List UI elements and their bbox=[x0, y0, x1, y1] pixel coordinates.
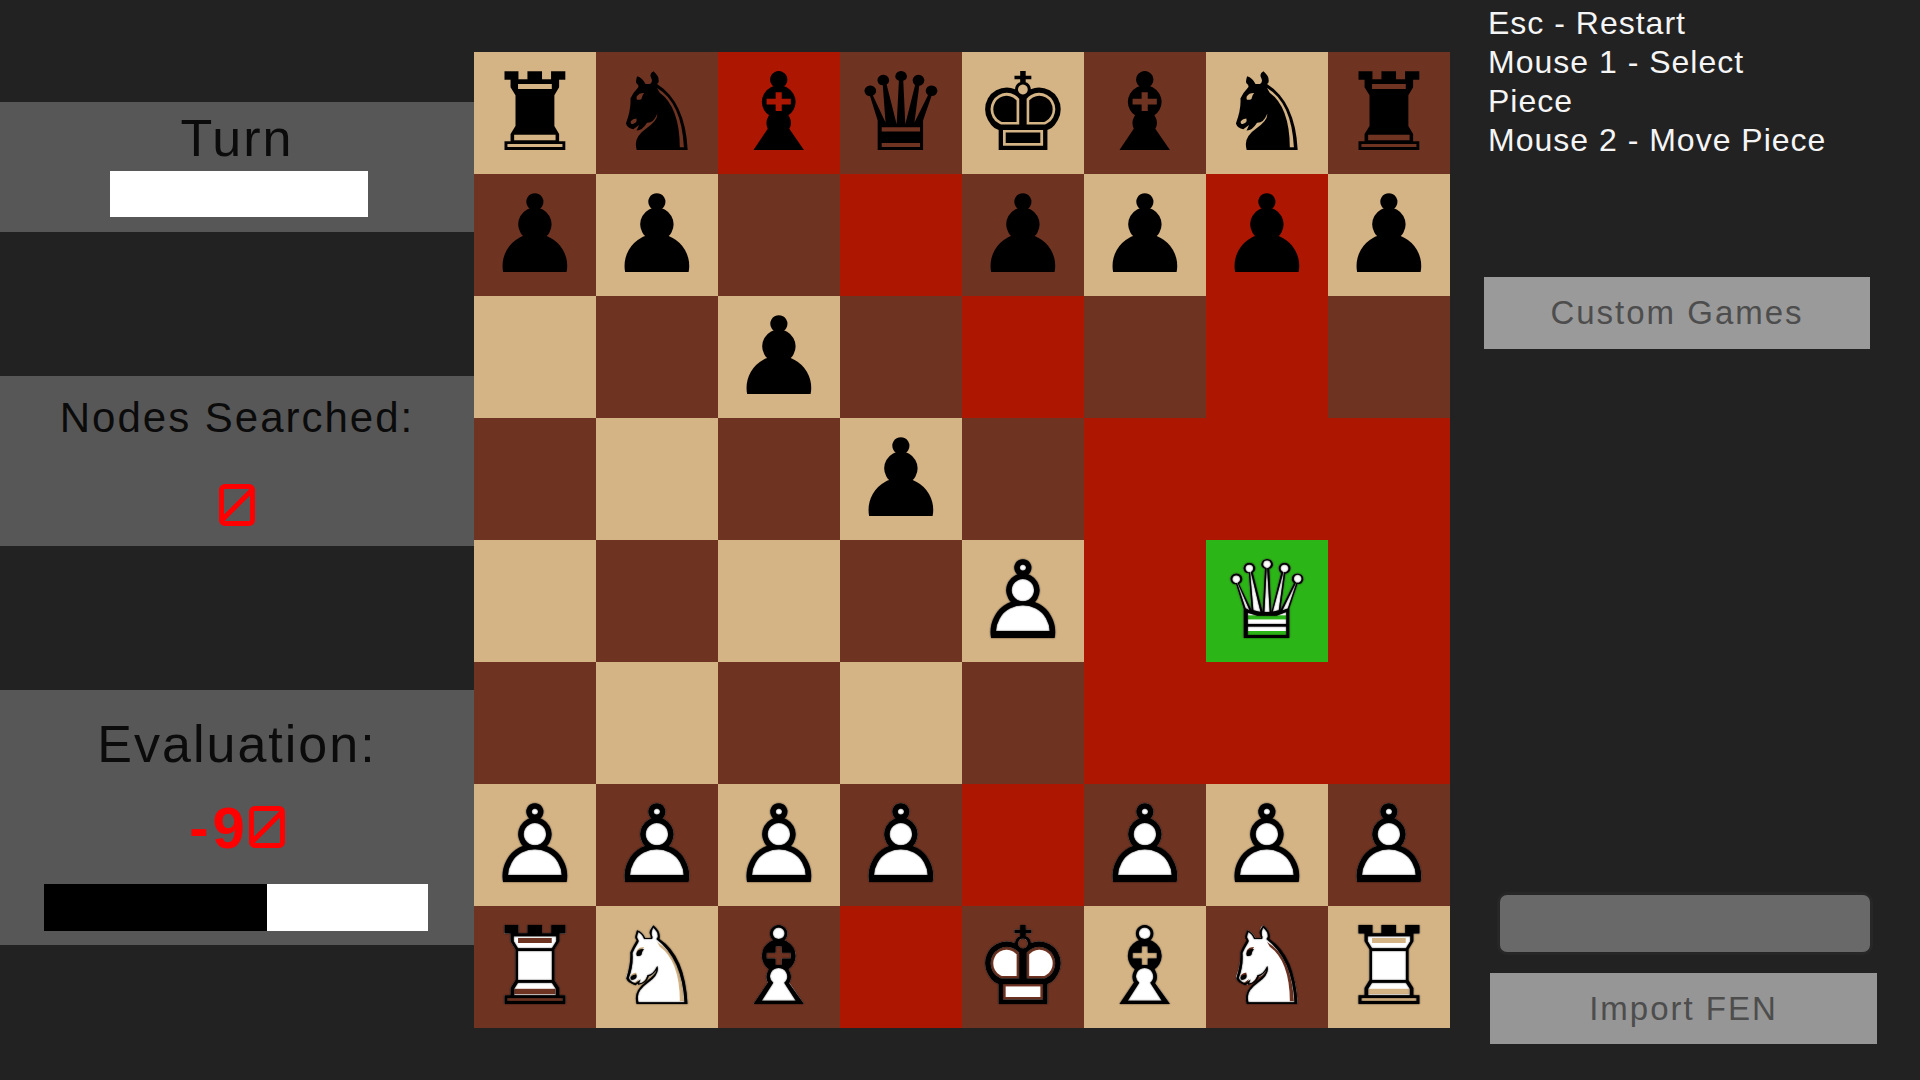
white-pawn-piece: ♟♙ bbox=[975, 547, 1072, 655]
square-c5[interactable] bbox=[718, 418, 840, 540]
black-pawn-piece: ♟ bbox=[1341, 181, 1438, 289]
square-d5[interactable]: ♟ bbox=[840, 418, 962, 540]
square-b6[interactable] bbox=[596, 296, 718, 418]
square-e4[interactable]: ♟♙ bbox=[962, 540, 1084, 662]
square-a6[interactable] bbox=[474, 296, 596, 418]
instructions-text: Esc - Restart Mouse 1 - Select Piece Mou… bbox=[1488, 4, 1913, 160]
square-g8[interactable]: ♞ bbox=[1206, 52, 1328, 174]
square-f8[interactable]: ♝ bbox=[1084, 52, 1206, 174]
black-pawn-piece: ♟ bbox=[609, 181, 706, 289]
square-e3[interactable] bbox=[962, 662, 1084, 784]
nodes-searched-value bbox=[0, 472, 474, 539]
square-d8[interactable]: ♛ bbox=[840, 52, 962, 174]
evaluation-value: -9 bbox=[0, 794, 474, 861]
instruction-line-restart: Esc - Restart bbox=[1488, 4, 1913, 43]
square-f4[interactable] bbox=[1084, 540, 1206, 662]
square-b4[interactable] bbox=[596, 540, 718, 662]
square-d2[interactable]: ♟♙ bbox=[840, 784, 962, 906]
square-c2[interactable]: ♟♙ bbox=[718, 784, 840, 906]
square-h1[interactable]: ♜♖ bbox=[1328, 906, 1450, 1028]
square-g1[interactable]: ♞♘ bbox=[1206, 906, 1328, 1028]
square-c1[interactable]: ♝♗ bbox=[718, 906, 840, 1028]
white-bishop-piece: ♝♗ bbox=[1097, 913, 1194, 1021]
square-c7[interactable] bbox=[718, 174, 840, 296]
square-b5[interactable] bbox=[596, 418, 718, 540]
black-pawn-piece: ♟ bbox=[975, 181, 1072, 289]
square-a2[interactable]: ♟♙ bbox=[474, 784, 596, 906]
slashed-zero-glyph bbox=[219, 484, 255, 526]
turn-panel: Turn bbox=[0, 102, 474, 232]
black-pawn-piece: ♟ bbox=[1219, 181, 1316, 289]
square-e8[interactable]: ♚ bbox=[962, 52, 1084, 174]
evaluation-bar-black-portion bbox=[44, 884, 267, 931]
square-a1[interactable]: ♜♖ bbox=[474, 906, 596, 1028]
nodes-searched-panel: Nodes Searched: bbox=[0, 376, 474, 546]
instruction-line-select-cont: Piece bbox=[1488, 82, 1913, 121]
custom-games-button[interactable]: Custom Games bbox=[1484, 277, 1870, 349]
import-fen-button[interactable]: Import FEN bbox=[1490, 973, 1877, 1044]
square-c6[interactable]: ♟ bbox=[718, 296, 840, 418]
turn-indicator bbox=[110, 171, 368, 217]
square-b8[interactable]: ♞ bbox=[596, 52, 718, 174]
square-e6[interactable] bbox=[962, 296, 1084, 418]
square-b3[interactable] bbox=[596, 662, 718, 784]
square-h3[interactable] bbox=[1328, 662, 1450, 784]
square-d7[interactable] bbox=[840, 174, 962, 296]
square-f2[interactable]: ♟♙ bbox=[1084, 784, 1206, 906]
chess-board: ♜♞♝♛♚♝♞♜♟♟♟♟♟♟♟♟♟♙♛♕♟♙♟♙♟♙♟♙♟♙♟♙♟♙♜♖♞♘♝♗… bbox=[474, 52, 1450, 1028]
square-e1[interactable]: ♚♔ bbox=[962, 906, 1084, 1028]
white-king-piece: ♚♔ bbox=[975, 913, 1072, 1021]
white-pawn-piece: ♟♙ bbox=[1097, 791, 1194, 899]
square-h7[interactable]: ♟ bbox=[1328, 174, 1450, 296]
black-king-piece: ♚ bbox=[975, 59, 1072, 167]
square-h6[interactable] bbox=[1328, 296, 1450, 418]
square-e5[interactable] bbox=[962, 418, 1084, 540]
white-pawn-piece: ♟♙ bbox=[1341, 791, 1438, 899]
square-g5[interactable] bbox=[1206, 418, 1328, 540]
evaluation-bar bbox=[44, 884, 428, 931]
square-c4[interactable] bbox=[718, 540, 840, 662]
nodes-searched-label: Nodes Searched: bbox=[0, 394, 474, 442]
white-pawn-piece: ♟♙ bbox=[609, 791, 706, 899]
square-d6[interactable] bbox=[840, 296, 962, 418]
square-f3[interactable] bbox=[1084, 662, 1206, 784]
square-b7[interactable]: ♟ bbox=[596, 174, 718, 296]
square-b1[interactable]: ♞♘ bbox=[596, 906, 718, 1028]
slashed-zero-glyph bbox=[249, 806, 285, 848]
square-g7[interactable]: ♟ bbox=[1206, 174, 1328, 296]
white-pawn-piece: ♟♙ bbox=[1219, 791, 1316, 899]
square-a8[interactable]: ♜ bbox=[474, 52, 596, 174]
black-rook-piece: ♜ bbox=[1341, 59, 1438, 167]
turn-label: Turn bbox=[0, 108, 474, 168]
white-pawn-piece: ♟♙ bbox=[487, 791, 584, 899]
instruction-line-select: Mouse 1 - Select bbox=[1488, 43, 1913, 82]
square-a5[interactable] bbox=[474, 418, 596, 540]
fen-input[interactable] bbox=[1497, 892, 1873, 955]
square-b2[interactable]: ♟♙ bbox=[596, 784, 718, 906]
white-pawn-piece: ♟♙ bbox=[731, 791, 828, 899]
square-c8[interactable]: ♝ bbox=[718, 52, 840, 174]
square-f1[interactable]: ♝♗ bbox=[1084, 906, 1206, 1028]
white-bishop-piece: ♝♗ bbox=[731, 913, 828, 1021]
white-rook-piece: ♜♖ bbox=[1341, 913, 1438, 1021]
black-queen-piece: ♛ bbox=[853, 59, 950, 167]
white-knight-piece: ♞♘ bbox=[609, 913, 706, 1021]
black-pawn-piece: ♟ bbox=[853, 425, 950, 533]
square-c3[interactable] bbox=[718, 662, 840, 784]
black-pawn-piece: ♟ bbox=[1097, 181, 1194, 289]
square-e7[interactable]: ♟ bbox=[962, 174, 1084, 296]
instruction-line-move: Mouse 2 - Move Piece bbox=[1488, 121, 1913, 160]
square-f5[interactable] bbox=[1084, 418, 1206, 540]
black-pawn-piece: ♟ bbox=[731, 303, 828, 411]
square-h5[interactable] bbox=[1328, 418, 1450, 540]
square-h8[interactable]: ♜ bbox=[1328, 52, 1450, 174]
square-g6[interactable] bbox=[1206, 296, 1328, 418]
black-bishop-piece: ♝ bbox=[731, 59, 828, 167]
square-a3[interactable] bbox=[474, 662, 596, 784]
square-d1[interactable] bbox=[840, 906, 962, 1028]
white-pawn-piece: ♟♙ bbox=[853, 791, 950, 899]
square-d3[interactable] bbox=[840, 662, 962, 784]
square-h2[interactable]: ♟♙ bbox=[1328, 784, 1450, 906]
black-knight-piece: ♞ bbox=[609, 59, 706, 167]
square-g2[interactable]: ♟♙ bbox=[1206, 784, 1328, 906]
white-rook-piece: ♜♖ bbox=[487, 913, 584, 1021]
square-f7[interactable]: ♟ bbox=[1084, 174, 1206, 296]
evaluation-label: Evaluation: bbox=[0, 714, 474, 774]
square-d4[interactable] bbox=[840, 540, 962, 662]
square-f6[interactable] bbox=[1084, 296, 1206, 418]
black-knight-piece: ♞ bbox=[1219, 59, 1316, 167]
square-a7[interactable]: ♟ bbox=[474, 174, 596, 296]
black-bishop-piece: ♝ bbox=[1097, 59, 1194, 167]
square-g4[interactable]: ♛♕ bbox=[1206, 540, 1328, 662]
square-h4[interactable] bbox=[1328, 540, 1450, 662]
square-e2[interactable] bbox=[962, 784, 1084, 906]
white-queen-piece: ♛♕ bbox=[1219, 547, 1316, 655]
square-g3[interactable] bbox=[1206, 662, 1328, 784]
white-knight-piece: ♞♘ bbox=[1219, 913, 1316, 1021]
black-pawn-piece: ♟ bbox=[487, 181, 584, 289]
black-rook-piece: ♜ bbox=[487, 59, 584, 167]
chess-app-window: Turn Nodes Searched: Evaluation: -9 ♜♞♝♛… bbox=[0, 0, 1920, 1080]
square-a4[interactable] bbox=[474, 540, 596, 662]
evaluation-panel: Evaluation: -9 bbox=[0, 690, 474, 945]
